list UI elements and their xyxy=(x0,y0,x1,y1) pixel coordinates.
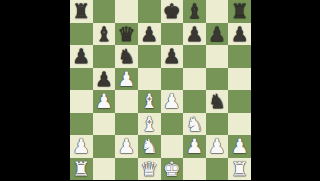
square-b4[interactable]: ♟ xyxy=(93,90,116,113)
square-b5[interactable]: ♟ xyxy=(93,68,116,91)
square-g3[interactable] xyxy=(206,113,229,136)
square-b1[interactable] xyxy=(93,158,116,181)
piece-white-pawn[interactable]: ♟ xyxy=(163,90,181,112)
square-d2[interactable]: ♞ xyxy=(138,135,161,158)
piece-black-rook[interactable]: ♜ xyxy=(72,0,90,22)
square-d6[interactable] xyxy=(138,45,161,68)
piece-black-pawn[interactable]: ♟ xyxy=(163,45,181,67)
square-c8[interactable] xyxy=(115,0,138,23)
square-f1[interactable] xyxy=(183,158,206,181)
piece-black-pawn[interactable]: ♟ xyxy=(185,23,203,45)
piece-black-king[interactable]: ♚ xyxy=(163,0,181,22)
piece-black-pawn[interactable]: ♟ xyxy=(208,23,226,45)
square-a6[interactable]: ♟ xyxy=(70,45,93,68)
square-g4[interactable]: ♞ xyxy=(206,90,229,113)
piece-black-knight[interactable]: ♞ xyxy=(208,90,226,112)
square-f7[interactable]: ♟ xyxy=(183,23,206,46)
chess-board: ♜♚♝♜♝♛♟♟♟♟♟♞♟♟♟♟♝♟♞♝♞♟♟♞♟♟♟♜♛♚♜ xyxy=(70,0,251,180)
square-h1[interactable]: ♜ xyxy=(228,158,251,181)
piece-black-queen[interactable]: ♛ xyxy=(118,23,136,45)
piece-white-queen[interactable]: ♛ xyxy=(140,158,158,180)
piece-black-rook[interactable]: ♜ xyxy=(231,0,249,22)
square-e7[interactable] xyxy=(161,23,184,46)
square-d1[interactable]: ♛ xyxy=(138,158,161,181)
square-b6[interactable] xyxy=(93,45,116,68)
square-e3[interactable] xyxy=(161,113,184,136)
square-c4[interactable] xyxy=(115,90,138,113)
piece-white-pawn[interactable]: ♟ xyxy=(231,135,249,157)
square-e5[interactable] xyxy=(161,68,184,91)
piece-black-pawn[interactable]: ♟ xyxy=(95,68,113,90)
piece-white-pawn[interactable]: ♟ xyxy=(185,135,203,157)
square-c7[interactable]: ♛ xyxy=(115,23,138,46)
square-d3[interactable]: ♝ xyxy=(138,113,161,136)
square-d5[interactable] xyxy=(138,68,161,91)
square-b8[interactable] xyxy=(93,0,116,23)
square-a1[interactable]: ♜ xyxy=(70,158,93,181)
square-c2[interactable]: ♟ xyxy=(115,135,138,158)
piece-black-pawn[interactable]: ♟ xyxy=(231,23,249,45)
square-g8[interactable] xyxy=(206,0,229,23)
square-f4[interactable] xyxy=(183,90,206,113)
square-d7[interactable]: ♟ xyxy=(138,23,161,46)
square-g1[interactable] xyxy=(206,158,229,181)
piece-white-bishop[interactable]: ♝ xyxy=(140,113,158,135)
square-f3[interactable]: ♞ xyxy=(183,113,206,136)
square-f2[interactable]: ♟ xyxy=(183,135,206,158)
piece-white-pawn[interactable]: ♟ xyxy=(118,68,136,90)
square-e6[interactable]: ♟ xyxy=(161,45,184,68)
square-f6[interactable] xyxy=(183,45,206,68)
square-c1[interactable] xyxy=(115,158,138,181)
square-f8[interactable]: ♝ xyxy=(183,0,206,23)
piece-white-knight[interactable]: ♞ xyxy=(185,113,203,135)
square-h4[interactable] xyxy=(228,90,251,113)
square-h8[interactable]: ♜ xyxy=(228,0,251,23)
square-a3[interactable] xyxy=(70,113,93,136)
square-g7[interactable]: ♟ xyxy=(206,23,229,46)
piece-white-rook[interactable]: ♜ xyxy=(72,158,90,180)
square-d4[interactable]: ♝ xyxy=(138,90,161,113)
piece-black-bishop[interactable]: ♝ xyxy=(95,23,113,45)
piece-white-king[interactable]: ♚ xyxy=(163,158,181,180)
square-e4[interactable]: ♟ xyxy=(161,90,184,113)
square-g5[interactable] xyxy=(206,68,229,91)
square-e1[interactable]: ♚ xyxy=(161,158,184,181)
square-b7[interactable]: ♝ xyxy=(93,23,116,46)
piece-white-pawn[interactable]: ♟ xyxy=(118,135,136,157)
piece-black-pawn[interactable]: ♟ xyxy=(140,23,158,45)
piece-black-pawn[interactable]: ♟ xyxy=(72,45,90,67)
square-a5[interactable] xyxy=(70,68,93,91)
square-h3[interactable] xyxy=(228,113,251,136)
piece-white-pawn[interactable]: ♟ xyxy=(95,90,113,112)
square-b2[interactable] xyxy=(93,135,116,158)
square-f5[interactable] xyxy=(183,68,206,91)
square-c5[interactable]: ♟ xyxy=(115,68,138,91)
square-g2[interactable]: ♟ xyxy=(206,135,229,158)
square-h5[interactable] xyxy=(228,68,251,91)
square-b3[interactable] xyxy=(93,113,116,136)
piece-black-bishop[interactable]: ♝ xyxy=(185,0,203,22)
square-a7[interactable] xyxy=(70,23,93,46)
square-c3[interactable] xyxy=(115,113,138,136)
chess-app-stage: ♜♚♝♜♝♛♟♟♟♟♟♞♟♟♟♟♝♟♞♝♞♟♟♞♟♟♟♜♛♚♜ xyxy=(0,0,320,180)
square-d8[interactable] xyxy=(138,0,161,23)
piece-black-knight[interactable]: ♞ xyxy=(118,45,136,67)
square-h6[interactable] xyxy=(228,45,251,68)
square-h7[interactable]: ♟ xyxy=(228,23,251,46)
piece-white-pawn[interactable]: ♟ xyxy=(72,135,90,157)
square-c6[interactable]: ♞ xyxy=(115,45,138,68)
square-a8[interactable]: ♜ xyxy=(70,0,93,23)
square-e8[interactable]: ♚ xyxy=(161,0,184,23)
square-e2[interactable] xyxy=(161,135,184,158)
square-a4[interactable] xyxy=(70,90,93,113)
square-a2[interactable]: ♟ xyxy=(70,135,93,158)
square-h2[interactable]: ♟ xyxy=(228,135,251,158)
piece-white-bishop[interactable]: ♝ xyxy=(140,90,158,112)
piece-white-knight[interactable]: ♞ xyxy=(140,135,158,157)
square-g6[interactable] xyxy=(206,45,229,68)
piece-white-pawn[interactable]: ♟ xyxy=(208,135,226,157)
piece-white-rook[interactable]: ♜ xyxy=(231,158,249,180)
